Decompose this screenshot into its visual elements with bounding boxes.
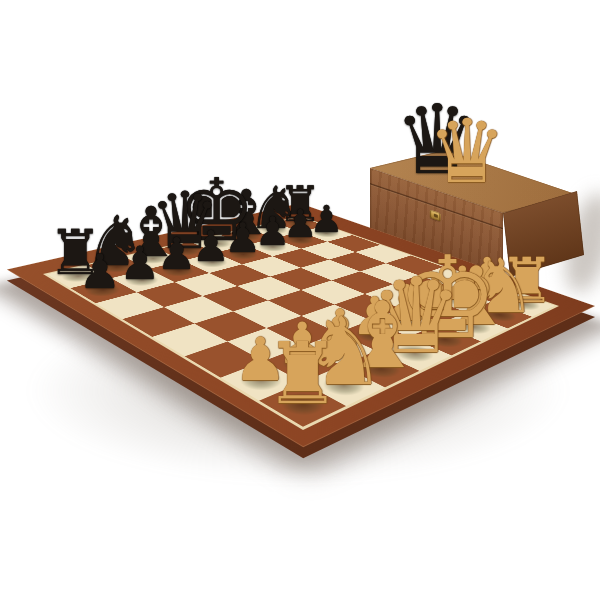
black-pawn-c7[interactable]: ♟ [157,232,197,276]
spare-white-queen[interactable]: ♛ [428,108,507,196]
brass-clasp-icon[interactable] [430,210,441,222]
black-pawn-a7[interactable]: ♟ [78,248,121,296]
black-pawn-d7[interactable]: ♟ [192,225,230,268]
black-pawn-b7[interactable]: ♟ [119,240,160,286]
white-rook-a1[interactable]: ♜ [265,332,341,417]
chess-set-product-photo: Product photo of a wooden chess set: ebo… [0,0,600,600]
